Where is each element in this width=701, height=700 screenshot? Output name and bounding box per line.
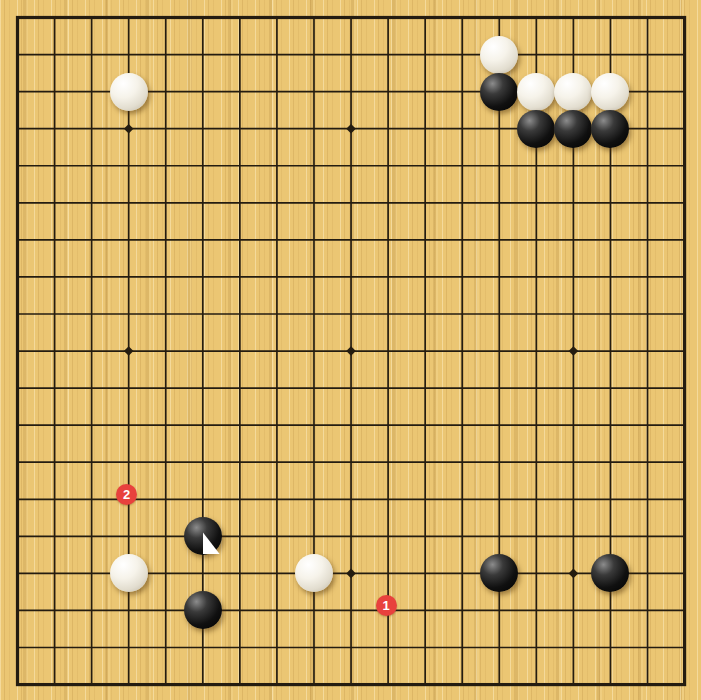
star-point [124,569,134,579]
star-point [569,346,579,356]
star-point [346,124,356,134]
star-point [569,124,579,134]
star-point [569,569,579,579]
star-point [124,124,134,134]
star-point [346,569,356,579]
star-point [124,346,134,356]
go-board[interactable]: 12 [0,0,701,700]
board-grid [0,0,701,700]
star-point [346,346,356,356]
